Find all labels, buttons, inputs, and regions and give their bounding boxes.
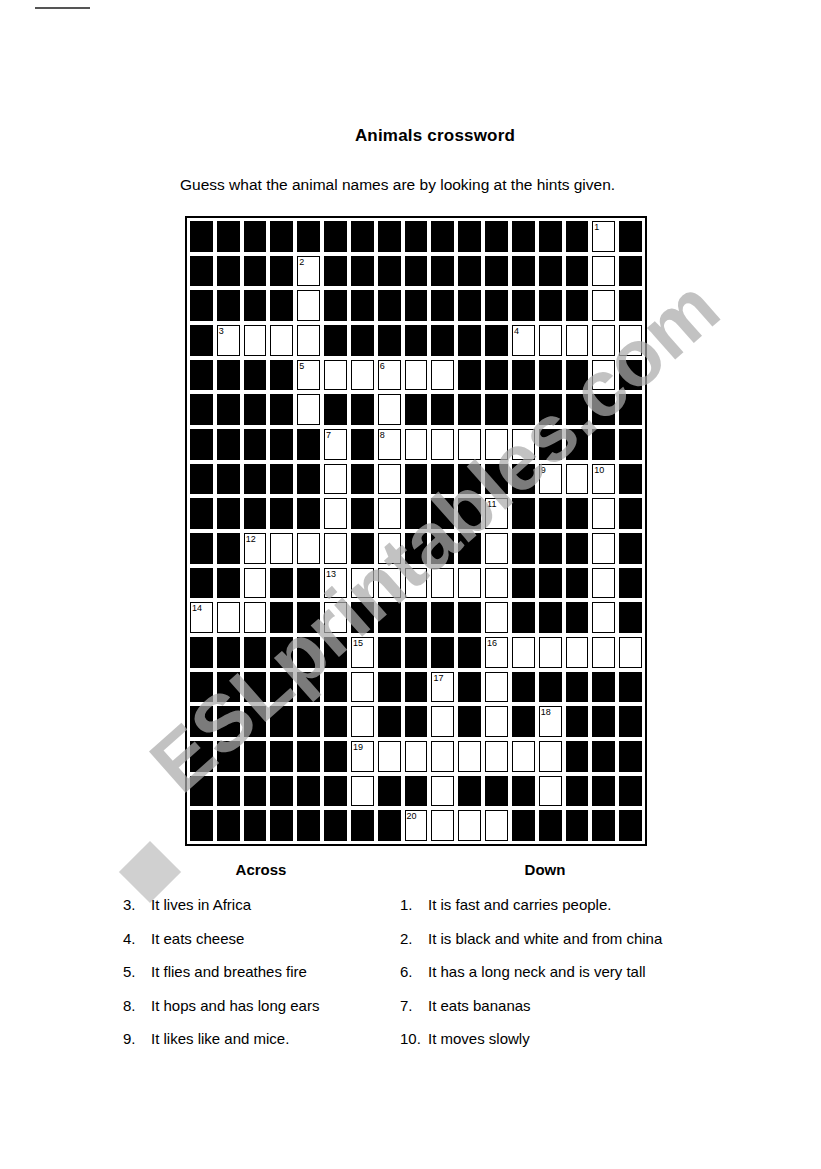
grid-cell[interactable] <box>431 568 454 599</box>
clue-number: 8 <box>380 430 385 440</box>
block-cell <box>405 776 428 807</box>
grid-cell[interactable]: 18 <box>539 706 562 737</box>
grid-cell[interactable] <box>485 706 508 737</box>
clue-number: 1 <box>594 222 599 232</box>
block-cell <box>190 325 213 356</box>
instructions-text: Guess what the animal names are by looki… <box>180 176 615 194</box>
grid-cell[interactable] <box>244 602 267 633</box>
block-cell <box>566 810 589 841</box>
block-cell <box>566 290 589 321</box>
clue-number: 7 <box>326 430 331 440</box>
block-cell <box>378 290 401 321</box>
grid-cell[interactable] <box>592 290 615 321</box>
grid-cell[interactable] <box>592 325 615 356</box>
block-cell <box>458 290 481 321</box>
grid-cell[interactable]: 12 <box>244 533 267 564</box>
block-cell <box>539 533 562 564</box>
clue-number: 9 <box>541 465 546 475</box>
clue-number: 14 <box>192 603 202 613</box>
block-cell <box>405 325 428 356</box>
clue-item-text: It likes like and mice. <box>151 1031 399 1046</box>
block-cell <box>592 741 615 772</box>
grid-cell[interactable]: 10 <box>592 464 615 495</box>
clue-number: 11 <box>487 499 496 509</box>
grid-cell[interactable] <box>619 637 642 668</box>
grid-cell[interactable] <box>592 602 615 633</box>
block-cell <box>217 568 240 599</box>
block-cell <box>351 810 374 841</box>
block-cell <box>619 221 642 252</box>
grid-cell[interactable] <box>378 533 401 564</box>
block-cell <box>566 429 589 460</box>
clue-number: 15 <box>353 638 363 648</box>
grid-cell[interactable]: 16 <box>485 637 508 668</box>
block-cell <box>405 533 428 564</box>
grid-cell[interactable] <box>592 498 615 529</box>
clue-number: 6 <box>380 361 385 371</box>
clue-item: 10.It moves slowly <box>400 1031 690 1046</box>
block-cell <box>217 498 240 529</box>
clue-item-text: It moves slowly <box>428 1031 690 1046</box>
grid-cell[interactable] <box>270 325 293 356</box>
block-cell <box>190 256 213 287</box>
block-cell <box>378 602 401 633</box>
block-cell <box>297 498 320 529</box>
grid-cell[interactable] <box>431 741 454 772</box>
block-cell <box>431 602 454 633</box>
clue-item: 7.It eats bananas <box>400 998 690 1013</box>
grid-cell[interactable]: 8 <box>378 429 401 460</box>
block-cell <box>270 741 293 772</box>
block-cell <box>270 602 293 633</box>
block-cell <box>566 533 589 564</box>
grid-cell[interactable] <box>592 568 615 599</box>
block-cell <box>217 706 240 737</box>
block-cell <box>592 776 615 807</box>
grid-cell[interactable] <box>539 325 562 356</box>
grid-cell[interactable] <box>378 394 401 425</box>
block-cell <box>324 706 347 737</box>
grid-cell[interactable] <box>431 810 454 841</box>
grid-cell[interactable]: 17 <box>431 672 454 703</box>
block-cell <box>512 221 535 252</box>
block-cell <box>270 568 293 599</box>
clue-number: 12 <box>246 534 256 544</box>
block-cell <box>270 394 293 425</box>
block-cell <box>244 672 267 703</box>
grid-cell[interactable] <box>539 741 562 772</box>
block-cell <box>485 290 508 321</box>
block-cell <box>539 810 562 841</box>
grid-cell[interactable]: 5 <box>297 360 320 391</box>
block-cell <box>512 360 535 391</box>
clue-number: 17 <box>433 673 443 683</box>
block-cell <box>190 810 213 841</box>
block-cell <box>217 290 240 321</box>
clue-item-text: It eats bananas <box>428 998 690 1013</box>
block-cell <box>217 776 240 807</box>
block-cell <box>458 637 481 668</box>
grid-cell[interactable] <box>297 533 320 564</box>
grid-cell[interactable] <box>485 810 508 841</box>
block-cell <box>270 221 293 252</box>
grid-cell[interactable] <box>431 706 454 737</box>
block-cell <box>431 637 454 668</box>
grid-cell[interactable] <box>405 741 428 772</box>
block-cell <box>217 394 240 425</box>
block-cell <box>324 394 347 425</box>
block-cell <box>485 360 508 391</box>
grid-cell[interactable]: 4 <box>512 325 535 356</box>
block-cell <box>297 429 320 460</box>
block-cell <box>485 221 508 252</box>
grid-cell[interactable] <box>405 568 428 599</box>
block-cell <box>324 325 347 356</box>
block-cell <box>485 394 508 425</box>
block-cell <box>619 464 642 495</box>
block-cell <box>297 464 320 495</box>
block-cell <box>270 256 293 287</box>
grid-cell[interactable] <box>431 429 454 460</box>
block-cell <box>244 290 267 321</box>
block-cell <box>405 221 428 252</box>
block-cell <box>190 776 213 807</box>
clue-number: 5 <box>299 361 304 371</box>
clue-item: 3.It lives in Africa <box>123 897 399 912</box>
block-cell <box>270 672 293 703</box>
clue-item-text: It eats cheese <box>151 931 399 946</box>
block-cell <box>244 810 267 841</box>
block-cell <box>297 221 320 252</box>
grid-cell[interactable] <box>458 741 481 772</box>
clue-number: 16 <box>487 638 497 648</box>
block-cell <box>566 498 589 529</box>
block-cell <box>539 498 562 529</box>
clue-item: 2.It is black and white and from china <box>400 931 690 946</box>
clue-item: 9.It likes like and mice. <box>123 1031 399 1046</box>
grid-cell[interactable] <box>351 568 374 599</box>
page-title: Animals crossword <box>50 126 820 146</box>
block-cell <box>270 810 293 841</box>
block-cell <box>512 498 535 529</box>
block-cell <box>458 325 481 356</box>
block-cell <box>270 498 293 529</box>
clue-item: 5.It flies and breathes fire <box>123 964 399 979</box>
grid-cell[interactable] <box>351 360 374 391</box>
block-cell <box>512 706 535 737</box>
block-cell <box>539 568 562 599</box>
clue-item-text: It flies and breathes fire <box>151 964 399 979</box>
grid-cell[interactable]: 11 <box>485 498 508 529</box>
block-cell <box>512 464 535 495</box>
grid-cell[interactable] <box>405 429 428 460</box>
block-cell <box>297 672 320 703</box>
block-cell <box>458 360 481 391</box>
grid-cell[interactable] <box>324 464 347 495</box>
block-cell <box>566 706 589 737</box>
clue-item: 1.It is fast and carries people. <box>400 897 690 912</box>
block-cell <box>619 741 642 772</box>
grid-cell[interactable] <box>485 602 508 633</box>
grid-cell[interactable] <box>324 360 347 391</box>
clue-item-text: It lives in Africa <box>151 897 399 912</box>
block-cell <box>458 533 481 564</box>
block-cell <box>619 672 642 703</box>
block-cell <box>458 776 481 807</box>
block-cell <box>190 741 213 772</box>
block-cell <box>270 706 293 737</box>
block-cell <box>566 221 589 252</box>
block-cell <box>619 706 642 737</box>
grid-cell[interactable] <box>270 533 293 564</box>
block-cell <box>297 706 320 737</box>
grid-cell[interactable] <box>378 498 401 529</box>
block-cell <box>378 810 401 841</box>
block-cell <box>351 533 374 564</box>
block-cell <box>512 776 535 807</box>
grid-cell[interactable] <box>324 602 347 633</box>
block-cell <box>190 533 213 564</box>
block-cell <box>190 672 213 703</box>
block-cell <box>217 464 240 495</box>
block-cell <box>190 360 213 391</box>
grid-cell[interactable] <box>512 637 535 668</box>
block-cell <box>485 325 508 356</box>
block-cell <box>458 498 481 529</box>
grid-cell[interactable]: 9 <box>539 464 562 495</box>
block-cell <box>324 256 347 287</box>
block-cell <box>566 568 589 599</box>
block-cell <box>351 221 374 252</box>
grid-cell[interactable]: 15 <box>351 637 374 668</box>
block-cell <box>405 637 428 668</box>
grid-cell[interactable] <box>458 429 481 460</box>
block-cell <box>351 394 374 425</box>
grid-cell[interactable] <box>592 256 615 287</box>
block-cell <box>270 464 293 495</box>
block-cell <box>458 256 481 287</box>
grid-cell[interactable] <box>297 290 320 321</box>
grid-cell[interactable] <box>244 325 267 356</box>
block-cell <box>297 810 320 841</box>
grid-cell[interactable] <box>485 429 508 460</box>
block-cell <box>378 325 401 356</box>
grid-cell[interactable] <box>592 637 615 668</box>
grid-cell[interactable] <box>512 741 535 772</box>
grid-cell[interactable] <box>512 429 535 460</box>
grid-cell[interactable] <box>458 810 481 841</box>
block-cell <box>190 394 213 425</box>
block-cell <box>592 672 615 703</box>
block-cell <box>539 602 562 633</box>
grid-cell[interactable]: 19 <box>351 741 374 772</box>
grid-cell[interactable] <box>485 533 508 564</box>
block-cell <box>244 394 267 425</box>
down-clues-section: Down 1.It is fast and carries people.2.I… <box>400 861 690 1065</box>
grid-cell[interactable] <box>405 360 428 391</box>
block-cell <box>244 429 267 460</box>
clue-item-number: 3. <box>123 897 151 912</box>
block-cell <box>190 290 213 321</box>
grid-cell[interactable] <box>297 325 320 356</box>
block-cell <box>512 290 535 321</box>
grid-cell[interactable] <box>566 637 589 668</box>
block-cell <box>270 776 293 807</box>
block-cell <box>619 602 642 633</box>
clue-item: 6.It has a long neck and is very tall <box>400 964 690 979</box>
block-cell <box>458 464 481 495</box>
block-cell <box>619 776 642 807</box>
clue-item-number: 1. <box>400 897 428 912</box>
grid-cell[interactable]: 13 <box>324 568 347 599</box>
down-heading: Down <box>400 861 690 878</box>
grid-cell[interactable] <box>431 776 454 807</box>
clue-item-number: 5. <box>123 964 151 979</box>
block-cell <box>539 394 562 425</box>
block-cell <box>217 637 240 668</box>
block-cell <box>566 256 589 287</box>
block-cell <box>190 568 213 599</box>
block-cell <box>619 394 642 425</box>
block-cell <box>324 637 347 668</box>
grid-cell[interactable] <box>351 672 374 703</box>
grid-cell[interactable]: 14 <box>190 602 213 633</box>
block-cell <box>619 533 642 564</box>
block-cell <box>566 741 589 772</box>
grid-cell[interactable]: 2 <box>297 256 320 287</box>
block-cell <box>458 221 481 252</box>
block-cell <box>485 464 508 495</box>
block-cell <box>190 429 213 460</box>
clue-item-number: 2. <box>400 931 428 946</box>
grid-cell[interactable] <box>458 568 481 599</box>
block-cell <box>431 464 454 495</box>
block-cell <box>539 256 562 287</box>
block-cell <box>458 706 481 737</box>
block-cell <box>405 394 428 425</box>
grid-cell[interactable] <box>217 602 240 633</box>
block-cell <box>270 429 293 460</box>
grid-cell[interactable] <box>566 464 589 495</box>
clue-number: 18 <box>541 707 551 717</box>
block-cell <box>405 706 428 737</box>
block-cell <box>351 498 374 529</box>
scan-artifact-line <box>35 7 90 9</box>
block-cell <box>566 360 589 391</box>
block-cell <box>324 776 347 807</box>
block-cell <box>378 221 401 252</box>
block-cell <box>244 360 267 391</box>
block-cell <box>217 221 240 252</box>
block-cell <box>405 602 428 633</box>
block-cell <box>217 256 240 287</box>
block-cell <box>566 602 589 633</box>
block-cell <box>324 810 347 841</box>
block-cell <box>297 741 320 772</box>
clue-number: 2 <box>299 257 304 267</box>
block-cell <box>190 706 213 737</box>
block-cell <box>244 637 267 668</box>
block-cell <box>619 256 642 287</box>
block-cell <box>217 429 240 460</box>
clue-item-number: 4. <box>123 931 151 946</box>
grid-cell[interactable]: 7 <box>324 429 347 460</box>
block-cell <box>431 221 454 252</box>
block-cell <box>539 290 562 321</box>
grid-cell[interactable] <box>485 568 508 599</box>
clue-item-text: It has a long neck and is very tall <box>428 964 690 979</box>
grid-cell[interactable] <box>566 325 589 356</box>
block-cell <box>244 706 267 737</box>
block-cell <box>244 256 267 287</box>
block-cell <box>619 568 642 599</box>
block-cell <box>378 256 401 287</box>
grid-cell[interactable] <box>378 568 401 599</box>
grid-cell[interactable]: 6 <box>378 360 401 391</box>
block-cell <box>458 602 481 633</box>
block-cell <box>512 394 535 425</box>
grid-cell[interactable]: 20 <box>405 810 428 841</box>
block-cell <box>351 602 374 633</box>
grid-cell[interactable] <box>431 360 454 391</box>
grid-cell[interactable] <box>324 498 347 529</box>
clue-item-number: 9. <box>123 1031 151 1046</box>
block-cell <box>378 706 401 737</box>
grid-cell[interactable] <box>351 776 374 807</box>
block-cell <box>405 464 428 495</box>
block-cell <box>405 672 428 703</box>
grid-cell[interactable] <box>592 533 615 564</box>
block-cell <box>539 360 562 391</box>
grid-cell[interactable] <box>378 464 401 495</box>
grid-cell[interactable] <box>539 637 562 668</box>
block-cell <box>539 672 562 703</box>
block-cell <box>244 776 267 807</box>
block-cell <box>351 464 374 495</box>
block-cell <box>324 741 347 772</box>
grid-cell[interactable] <box>244 568 267 599</box>
grid-cell[interactable] <box>619 325 642 356</box>
grid-cell[interactable]: 3 <box>217 325 240 356</box>
grid-cell[interactable] <box>539 776 562 807</box>
block-cell <box>378 776 401 807</box>
block-cell <box>592 706 615 737</box>
grid-cell[interactable] <box>378 741 401 772</box>
clue-number: 20 <box>407 811 417 821</box>
block-cell <box>512 602 535 633</box>
block-cell <box>324 221 347 252</box>
block-cell <box>297 602 320 633</box>
clue-item-number: 7. <box>400 998 428 1013</box>
block-cell <box>244 464 267 495</box>
grid-cell[interactable] <box>485 672 508 703</box>
block-cell <box>431 498 454 529</box>
block-cell <box>351 429 374 460</box>
block-cell <box>297 568 320 599</box>
block-cell <box>405 498 428 529</box>
grid-cell[interactable] <box>297 394 320 425</box>
block-cell <box>458 394 481 425</box>
block-cell <box>405 256 428 287</box>
grid-cell[interactable]: 1 <box>592 221 615 252</box>
block-cell <box>592 394 615 425</box>
grid-cell[interactable] <box>324 533 347 564</box>
grid-cell[interactable] <box>351 706 374 737</box>
block-cell <box>431 394 454 425</box>
block-cell <box>190 464 213 495</box>
grid-cell[interactable] <box>592 360 615 391</box>
grid-cell[interactable] <box>485 741 508 772</box>
